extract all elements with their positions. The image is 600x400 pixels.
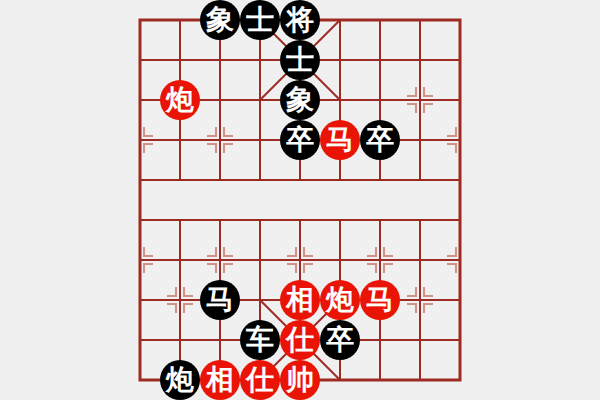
xiangqi-board: 象士将士炮象卒马卒马相炮马车仕卒炮相仕帅 bbox=[120, 0, 480, 400]
piece-black-pawn[interactable]: 卒 bbox=[360, 120, 400, 160]
board-background: 象士将士炮象卒马卒马相炮马车仕卒炮相仕帅 bbox=[0, 0, 600, 400]
piece-red-general[interactable]: 帅 bbox=[280, 360, 320, 400]
piece-red-elephant[interactable]: 相 bbox=[200, 360, 240, 400]
piece-black-general[interactable]: 将 bbox=[280, 0, 320, 40]
piece-red-cannon[interactable]: 炮 bbox=[160, 80, 200, 120]
piece-black-horse[interactable]: 马 bbox=[200, 280, 240, 320]
piece-black-elephant[interactable]: 象 bbox=[200, 0, 240, 40]
piece-red-advisor[interactable]: 仕 bbox=[240, 360, 280, 400]
piece-red-elephant[interactable]: 相 bbox=[280, 280, 320, 320]
piece-red-cannon[interactable]: 炮 bbox=[320, 280, 360, 320]
piece-red-horse[interactable]: 马 bbox=[320, 120, 360, 160]
piece-black-advisor[interactable]: 士 bbox=[240, 0, 280, 40]
piece-red-advisor[interactable]: 仕 bbox=[280, 320, 320, 360]
piece-black-cannon[interactable]: 炮 bbox=[160, 360, 200, 400]
piece-black-chariot[interactable]: 车 bbox=[240, 320, 280, 360]
piece-black-pawn[interactable]: 卒 bbox=[280, 120, 320, 160]
piece-black-pawn[interactable]: 卒 bbox=[320, 320, 360, 360]
piece-black-advisor[interactable]: 士 bbox=[280, 40, 320, 80]
piece-black-elephant[interactable]: 象 bbox=[280, 80, 320, 120]
piece-red-horse[interactable]: 马 bbox=[360, 280, 400, 320]
